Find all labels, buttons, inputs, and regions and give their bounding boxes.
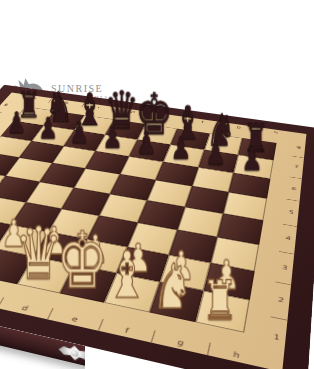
product-photo-page: SUNRISE CHESS & GAMES abcdefgh abcdefgh … — [0, 0, 314, 369]
rank-label-2: 2 — [271, 282, 291, 320]
rank-label-8: 8 — [292, 138, 306, 158]
chess-set-photo: abcdefgh abcdefgh 87654321 87654321 ♜♞♝♛… — [0, 0, 314, 369]
rank-label-4: 4 — [279, 224, 297, 254]
piece-white-rook: ♜ — [177, 275, 264, 327]
black-pawn-glyph: ♟ — [242, 145, 263, 175]
file-label-f: f — [98, 319, 155, 342]
file-label-d: d — [0, 297, 52, 319]
file-label-h: h — [206, 342, 265, 367]
rank-label-3: 3 — [275, 251, 294, 285]
board-border-strip: abcdefgh abcdefgh 87654321 87654321 ♜♞♝♛… — [0, 92, 306, 369]
rank-label-6: 6 — [286, 176, 302, 201]
square-h7: ♟ — [234, 155, 274, 179]
rank-label-7: 7 — [289, 156, 304, 178]
file-label-e: e — [46, 308, 102, 331]
board-top-face: abcdefgh abcdefgh 87654321 87654321 ♜♞♝♛… — [0, 85, 314, 369]
square-h1: ♜ — [196, 291, 250, 333]
rank-label-5: 5 — [283, 199, 300, 226]
rank-label-1: 1 — [266, 316, 288, 359]
chess-board: abcdefgh abcdefgh 87654321 87654321 ♜♞♝♛… — [0, 85, 314, 369]
clasp-pin-icon — [71, 349, 79, 357]
white-rook-glyph: ♜ — [202, 275, 238, 327]
square-h6 — [229, 173, 271, 199]
squares-grid: ♜♞♝♛♚♝♞♜♟♟♟♟♟♟♟♟♟♟♟♟♟♟♟♟♜♞♝♛♚♝♞♜ — [0, 107, 277, 333]
piece-black-pawn: ♟ — [220, 145, 285, 175]
square-g5 — [185, 186, 229, 213]
file-label-g: g — [151, 331, 209, 355]
